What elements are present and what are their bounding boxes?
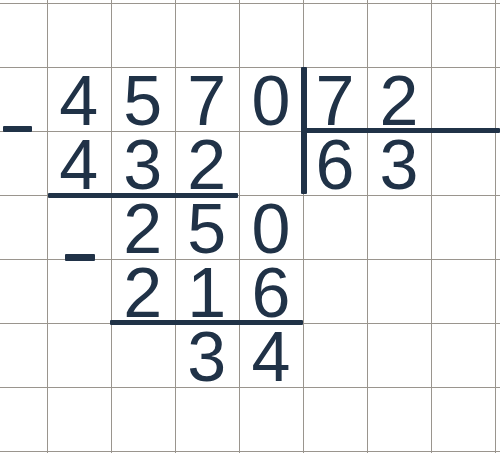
digit-cell-r1c4: 7 bbox=[303, 67, 367, 131]
digit-cell-r1c0: 4 bbox=[47, 67, 111, 131]
digit-cell-r2c0: 4 bbox=[47, 131, 111, 195]
digit-cell-r4c3: 6 bbox=[239, 259, 303, 323]
digit-cell-r2c4: 6 bbox=[303, 131, 367, 195]
digit-cell-r4c2: 1 bbox=[175, 259, 239, 323]
digit-cell-r2c1: 3 bbox=[111, 131, 175, 195]
digit-cell-r1c2: 7 bbox=[175, 67, 239, 131]
digit-cell-r1c5: 2 bbox=[367, 67, 431, 131]
digit-cell-r5c3: 4 bbox=[239, 323, 303, 387]
digit-cell-r3c3: 0 bbox=[239, 195, 303, 259]
digit-cell-r4c1: 2 bbox=[111, 259, 175, 323]
digit-cell-r3c2: 5 bbox=[175, 195, 239, 259]
digit-cell-r2c2: 2 bbox=[175, 131, 239, 195]
digit-cell-r1c1: 5 bbox=[111, 67, 175, 131]
digits-layer: 4570724326325021634 bbox=[0, 0, 500, 453]
digit-cell-r5c2: 3 bbox=[175, 323, 239, 387]
digit-cell-r1c3: 0 bbox=[239, 67, 303, 131]
digit-cell-r2c5: 3 bbox=[367, 131, 431, 195]
digit-cell-r3c1: 2 bbox=[111, 195, 175, 259]
worksheet: 4570724326325021634 bbox=[0, 0, 500, 453]
